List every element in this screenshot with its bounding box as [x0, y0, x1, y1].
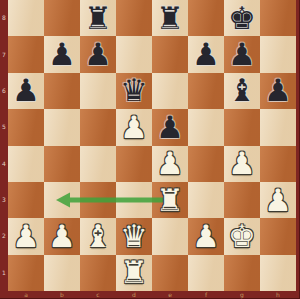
file-label-h: h: [260, 291, 296, 299]
square-f2[interactable]: ♟: [188, 218, 224, 254]
square-c3[interactable]: [80, 182, 116, 218]
piece-white-king-g2[interactable]: ♚: [228, 221, 256, 252]
rank-label-3: 3: [0, 182, 8, 218]
file-label-a: a: [8, 291, 44, 299]
square-a3[interactable]: [8, 182, 44, 218]
square-e2[interactable]: [152, 218, 188, 254]
square-a4[interactable]: [8, 146, 44, 182]
square-b2[interactable]: ♟: [44, 218, 80, 254]
piece-black-pawn-e5[interactable]: ♟: [156, 112, 184, 143]
square-h1[interactable]: [260, 255, 296, 291]
square-e4[interactable]: ♟: [152, 146, 188, 182]
square-e8[interactable]: ♜: [152, 0, 188, 36]
piece-black-rook-e8[interactable]: ♜: [156, 3, 184, 34]
piece-white-queen-d2[interactable]: ♛: [120, 221, 148, 252]
piece-white-pawn-h3[interactable]: ♟: [264, 185, 292, 216]
piece-white-pawn-a2[interactable]: ♟: [12, 221, 40, 252]
square-h7[interactable]: [260, 36, 296, 72]
file-label-b: b: [44, 291, 80, 299]
square-b8[interactable]: [44, 0, 80, 36]
square-f8[interactable]: [188, 0, 224, 36]
square-f3[interactable]: [188, 182, 224, 218]
rank-label-2: 2: [0, 218, 8, 254]
file-label-d: d: [116, 291, 152, 299]
piece-black-queen-d6[interactable]: ♛: [120, 75, 148, 106]
square-b4[interactable]: [44, 146, 80, 182]
square-h2[interactable]: [260, 218, 296, 254]
piece-black-pawn-f7[interactable]: ♟: [192, 39, 220, 70]
file-label-e: e: [152, 291, 188, 299]
rank-label-4: 4: [0, 146, 8, 182]
piece-black-rook-c8[interactable]: ♜: [84, 3, 112, 34]
square-g3[interactable]: [224, 182, 260, 218]
piece-white-pawn-e4[interactable]: ♟: [156, 148, 184, 179]
square-c4[interactable]: [80, 146, 116, 182]
square-a5[interactable]: [8, 109, 44, 145]
piece-black-pawn-h6[interactable]: ♟: [264, 75, 292, 106]
square-c1[interactable]: [80, 255, 116, 291]
square-h8[interactable]: [260, 0, 296, 36]
square-b1[interactable]: [44, 255, 80, 291]
square-h6[interactable]: ♟: [260, 73, 296, 109]
square-c7[interactable]: ♟: [80, 36, 116, 72]
square-f6[interactable]: [188, 73, 224, 109]
square-e5[interactable]: ♟: [152, 109, 188, 145]
rank-label-1: 1: [0, 255, 8, 291]
piece-white-pawn-d5[interactable]: ♟: [120, 112, 148, 143]
piece-white-pawn-f2[interactable]: ♟: [192, 221, 220, 252]
rank-label-6: 6: [0, 73, 8, 109]
file-label-f: f: [188, 291, 224, 299]
square-e3[interactable]: ♜: [152, 182, 188, 218]
square-g6[interactable]: ♝: [224, 73, 260, 109]
square-a8[interactable]: [8, 0, 44, 36]
square-c8[interactable]: ♜: [80, 0, 116, 36]
piece-white-pawn-b2[interactable]: ♟: [48, 221, 76, 252]
square-h3[interactable]: ♟: [260, 182, 296, 218]
chess-board-frame: ♜♜♚♟♟♟♟♟♛♝♟♟♟♟♟♜♟♟♟♝♛♟♚♜ 87654321 abcdef…: [0, 0, 300, 299]
square-e1[interactable]: [152, 255, 188, 291]
piece-black-pawn-b7[interactable]: ♟: [48, 39, 76, 70]
file-label-c: c: [80, 291, 116, 299]
rank-label-8: 8: [0, 0, 8, 36]
square-e7[interactable]: [152, 36, 188, 72]
square-h4[interactable]: [260, 146, 296, 182]
square-g8[interactable]: ♚: [224, 0, 260, 36]
square-g7[interactable]: ♟: [224, 36, 260, 72]
square-f1[interactable]: [188, 255, 224, 291]
square-e6[interactable]: [152, 73, 188, 109]
square-d5[interactable]: ♟: [116, 109, 152, 145]
piece-black-bishop-g6[interactable]: ♝: [228, 75, 256, 106]
square-b3[interactable]: [44, 182, 80, 218]
square-f7[interactable]: ♟: [188, 36, 224, 72]
square-a6[interactable]: ♟: [8, 73, 44, 109]
square-f4[interactable]: [188, 146, 224, 182]
piece-black-king-g8[interactable]: ♚: [228, 3, 256, 34]
square-a7[interactable]: [8, 36, 44, 72]
rank-label-7: 7: [0, 36, 8, 72]
square-g4[interactable]: ♟: [224, 146, 260, 182]
square-h5[interactable]: [260, 109, 296, 145]
square-b6[interactable]: [44, 73, 80, 109]
piece-white-pawn-g4[interactable]: ♟: [228, 148, 256, 179]
piece-white-rook-e3[interactable]: ♜: [156, 185, 184, 216]
square-d2[interactable]: ♛: [116, 218, 152, 254]
square-d4[interactable]: [116, 146, 152, 182]
file-label-g: g: [224, 291, 260, 299]
piece-white-bishop-c2[interactable]: ♝: [84, 221, 112, 252]
square-c6[interactable]: [80, 73, 116, 109]
square-b5[interactable]: [44, 109, 80, 145]
square-g2[interactable]: ♚: [224, 218, 260, 254]
square-d1[interactable]: ♜: [116, 255, 152, 291]
rank-label-5: 5: [0, 109, 8, 145]
chess-board: ♜♜♚♟♟♟♟♟♛♝♟♟♟♟♟♜♟♟♟♝♛♟♚♜: [8, 0, 296, 291]
square-f5[interactable]: [188, 109, 224, 145]
square-a2[interactable]: ♟: [8, 218, 44, 254]
piece-white-rook-d1[interactable]: ♜: [120, 257, 148, 288]
square-g5[interactable]: [224, 109, 260, 145]
piece-black-pawn-c7[interactable]: ♟: [84, 39, 112, 70]
square-c5[interactable]: [80, 109, 116, 145]
square-d6[interactable]: ♛: [116, 73, 152, 109]
piece-black-pawn-a6[interactable]: ♟: [12, 75, 40, 106]
square-c2[interactable]: ♝: [80, 218, 116, 254]
square-g1[interactable]: [224, 255, 260, 291]
square-d7[interactable]: [116, 36, 152, 72]
square-d3[interactable]: [116, 182, 152, 218]
square-b7[interactable]: ♟: [44, 36, 80, 72]
square-d8[interactable]: [116, 0, 152, 36]
piece-black-pawn-g7[interactable]: ♟: [228, 39, 256, 70]
square-a1[interactable]: [8, 255, 44, 291]
